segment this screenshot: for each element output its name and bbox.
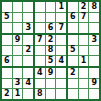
- cell-r6c4[interactable]: [35, 56, 45, 66]
- cell-r9c8[interactable]: [79, 89, 89, 99]
- cell-r8c9[interactable]: 9: [89, 79, 99, 89]
- cell-r8c7[interactable]: [68, 79, 78, 89]
- cell-r9c9[interactable]: [89, 89, 99, 99]
- cell-r6c7[interactable]: [68, 56, 78, 66]
- cell-r6c6[interactable]: 4: [56, 56, 66, 66]
- sudoku-box-4: 926: [2, 35, 33, 66]
- cell-r9c6[interactable]: [56, 89, 66, 99]
- cell-r7c7[interactable]: 2: [68, 68, 78, 78]
- cell-r5c5[interactable]: 8: [46, 46, 56, 56]
- cell-r9c1[interactable]: 2: [2, 89, 12, 99]
- cell-r7c6[interactable]: [56, 68, 66, 78]
- cell-r2c7[interactable]: 6: [68, 13, 78, 23]
- sudoku-box-3: 2867: [68, 2, 99, 33]
- cell-r2c3[interactable]: [23, 13, 33, 23]
- sudoku-box-1: 53: [2, 2, 33, 33]
- cell-r8c2[interactable]: 3: [13, 79, 23, 89]
- cell-r6c2[interactable]: [13, 56, 23, 66]
- cell-r8c4[interactable]: [35, 79, 45, 89]
- cell-r5c4[interactable]: [35, 46, 45, 56]
- cell-r4c3[interactable]: [23, 35, 33, 45]
- cell-r4c5[interactable]: 2: [46, 35, 56, 45]
- cell-r4c7[interactable]: [68, 35, 78, 45]
- cell-r3c9[interactable]: [89, 23, 99, 33]
- cell-r1c3[interactable]: [23, 2, 33, 12]
- sudoku-box-2: 167: [35, 2, 66, 33]
- sudoku-board: 53167286792672854351342149829: [0, 0, 101, 101]
- cell-r3c1[interactable]: [2, 23, 12, 33]
- cell-r5c8[interactable]: [79, 46, 89, 56]
- cell-r9c5[interactable]: [46, 89, 56, 99]
- cell-r2c1[interactable]: 5: [2, 13, 12, 23]
- cell-r1c6[interactable]: 1: [56, 2, 66, 12]
- cell-r1c1[interactable]: [2, 2, 12, 12]
- sudoku-box-9: 29: [68, 68, 99, 99]
- cell-r4c6[interactable]: [56, 35, 66, 45]
- cell-r1c7[interactable]: [68, 2, 78, 12]
- cell-r3c3[interactable]: 3: [23, 23, 33, 33]
- cell-r2c2[interactable]: [13, 13, 23, 23]
- cell-r4c9[interactable]: 3: [89, 35, 99, 45]
- cell-r7c8[interactable]: [79, 68, 89, 78]
- cell-r8c3[interactable]: 4: [23, 79, 33, 89]
- cell-r3c5[interactable]: 6: [46, 23, 56, 33]
- cell-r7c1[interactable]: [2, 68, 12, 78]
- cell-r5c3[interactable]: 2: [23, 46, 33, 56]
- cell-r6c5[interactable]: 5: [46, 56, 56, 66]
- cell-r1c8[interactable]: 2: [79, 2, 89, 12]
- cell-r7c3[interactable]: [23, 68, 33, 78]
- cell-r8c5[interactable]: [46, 79, 56, 89]
- cell-r9c4[interactable]: 8: [35, 89, 45, 99]
- sudoku-box-6: 351: [68, 35, 99, 66]
- cell-r1c2[interactable]: [13, 2, 23, 12]
- cell-r5c6[interactable]: [56, 46, 66, 56]
- cell-r6c8[interactable]: 1: [79, 56, 89, 66]
- cell-r4c2[interactable]: 9: [13, 35, 23, 45]
- cell-r9c2[interactable]: 1: [13, 89, 23, 99]
- cell-r8c1[interactable]: [2, 79, 12, 89]
- cell-r1c5[interactable]: [46, 2, 56, 12]
- cell-r8c6[interactable]: [56, 79, 66, 89]
- cell-r2c8[interactable]: 7: [79, 13, 89, 23]
- cell-r2c9[interactable]: [89, 13, 99, 23]
- cell-r3c8[interactable]: [79, 23, 89, 33]
- cell-r3c4[interactable]: [35, 23, 45, 33]
- cell-r3c2[interactable]: [13, 23, 23, 33]
- cell-r2c5[interactable]: [46, 13, 56, 23]
- sudoku-box-5: 72854: [35, 35, 66, 66]
- cell-r3c6[interactable]: 7: [56, 23, 66, 33]
- cell-r4c4[interactable]: 7: [35, 35, 45, 45]
- cell-r6c1[interactable]: 6: [2, 56, 12, 66]
- cell-r7c2[interactable]: [13, 68, 23, 78]
- cell-r3c7[interactable]: [68, 23, 78, 33]
- cell-r1c4[interactable]: [35, 2, 45, 12]
- cell-r7c5[interactable]: 9: [46, 68, 56, 78]
- cell-r7c9[interactable]: [89, 68, 99, 78]
- cell-r6c9[interactable]: [89, 56, 99, 66]
- cell-r2c6[interactable]: [56, 13, 66, 23]
- cell-r4c1[interactable]: [2, 35, 12, 45]
- cell-r1c9[interactable]: 8: [89, 2, 99, 12]
- sudoku-box-7: 3421: [2, 68, 33, 99]
- cell-r5c9[interactable]: [89, 46, 99, 56]
- cell-r8c8[interactable]: [79, 79, 89, 89]
- cell-r2c4[interactable]: [35, 13, 45, 23]
- cell-r5c2[interactable]: [13, 46, 23, 56]
- cell-r5c7[interactable]: 5: [68, 46, 78, 56]
- cell-r9c3[interactable]: [23, 89, 33, 99]
- sudoku-box-8: 498: [35, 68, 66, 99]
- cell-r4c8[interactable]: [79, 35, 89, 45]
- cell-r6c3[interactable]: [23, 56, 33, 66]
- cell-r5c1[interactable]: [2, 46, 12, 56]
- cell-r9c7[interactable]: [68, 89, 78, 99]
- cell-r7c4[interactable]: 4: [35, 68, 45, 78]
